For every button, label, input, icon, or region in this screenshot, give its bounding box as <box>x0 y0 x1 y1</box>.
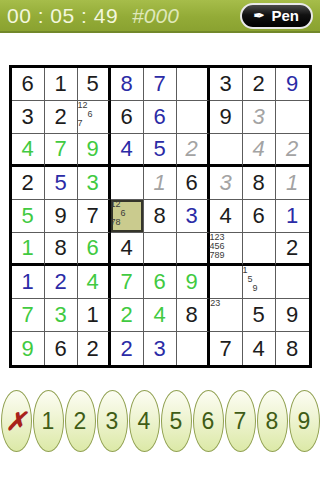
number-button-6[interactable]: 6 <box>193 390 224 452</box>
pencil-marks: 23 <box>210 299 221 326</box>
cell-r5c8[interactable]: 6 <box>243 200 276 233</box>
pencil-marks: 159 <box>243 266 258 293</box>
cell-r1c6[interactable] <box>177 68 210 101</box>
cell-r6c7[interactable]: 123456789 <box>210 233 243 266</box>
top-bar: 00 : 05 : 49 #000 ✒ Pen <box>0 0 320 33</box>
cell-r4c5[interactable]: 1 <box>144 167 177 200</box>
cell-r6c8[interactable] <box>243 233 276 266</box>
cell-r7c3[interactable]: 4 <box>78 266 111 299</box>
cell-r8c4[interactable]: 2 <box>111 299 144 332</box>
cell-r3c7[interactable] <box>210 134 243 167</box>
cell-r4c3[interactable]: 3 <box>78 167 111 200</box>
cell-r6c2[interactable]: 8 <box>45 233 78 266</box>
cell-r2c3[interactable]: 1267 <box>78 101 111 134</box>
cell-r3c3[interactable]: 9 <box>78 134 111 167</box>
cell-r7c5[interactable]: 6 <box>144 266 177 299</box>
cell-r2c8[interactable]: 3 <box>243 101 276 134</box>
cell-r9c2[interactable]: 6 <box>45 332 78 365</box>
cell-r4c4[interactable] <box>111 167 144 200</box>
cell-r3c2[interactable]: 7 <box>45 134 78 167</box>
cell-r9c1[interactable]: 9 <box>12 332 45 365</box>
cell-r5c1[interactable]: 5 <box>12 200 45 233</box>
cell-r1c3[interactable]: 5 <box>78 68 111 101</box>
number-button-8[interactable]: 8 <box>257 390 288 452</box>
cell-r7c9[interactable] <box>276 266 309 299</box>
cell-r5c4[interactable]: 12678 <box>111 200 144 233</box>
cell-r3c6[interactable]: 2 <box>177 134 210 167</box>
cell-r2c2[interactable]: 2 <box>45 101 78 134</box>
cell-r7c2[interactable]: 2 <box>45 266 78 299</box>
cell-r2c9[interactable] <box>276 101 309 134</box>
cell-r4c9[interactable]: 1 <box>276 167 309 200</box>
cell-r5c9[interactable]: 1 <box>276 200 309 233</box>
cell-r7c8[interactable]: 159 <box>243 266 276 299</box>
cell-r5c7[interactable]: 4 <box>210 200 243 233</box>
cell-r9c6[interactable] <box>177 332 210 365</box>
number-button-4[interactable]: 4 <box>129 390 160 452</box>
cell-r3c4[interactable]: 4 <box>111 134 144 167</box>
cell-r1c5[interactable]: 7 <box>144 68 177 101</box>
cell-r6c6[interactable] <box>177 233 210 266</box>
cell-r7c7[interactable] <box>210 266 243 299</box>
number-button-5[interactable]: 5 <box>161 390 192 452</box>
cell-r6c9[interactable]: 2 <box>276 233 309 266</box>
cell-r8c6[interactable]: 8 <box>177 299 210 332</box>
cell-r1c7[interactable]: 3 <box>210 68 243 101</box>
cell-r9c3[interactable]: 2 <box>78 332 111 365</box>
cell-r7c1[interactable]: 1 <box>12 266 45 299</box>
pen-button-label: Pen <box>271 7 299 24</box>
cell-r2c1[interactable]: 3 <box>12 101 45 134</box>
cell-r9c7[interactable]: 7 <box>210 332 243 365</box>
cell-r9c8[interactable]: 4 <box>243 332 276 365</box>
pen-toggle-button[interactable]: ✒ Pen <box>240 3 313 29</box>
pencil-marks: 1267 <box>78 101 93 128</box>
cell-r2c6[interactable] <box>177 101 210 134</box>
cell-r8c8[interactable]: 5 <box>243 299 276 332</box>
cell-r7c6[interactable]: 9 <box>177 266 210 299</box>
pencil-marks: 12678 <box>111 200 126 227</box>
puzzle-number: #000 <box>132 4 179 28</box>
cell-r8c7[interactable]: 23 <box>210 299 243 332</box>
number-pad: ✗123456789 <box>0 390 320 452</box>
cell-r8c1[interactable]: 7 <box>12 299 45 332</box>
cell-r3c1[interactable]: 4 <box>12 134 45 167</box>
cell-r4c7[interactable]: 3 <box>210 167 243 200</box>
cell-r1c2[interactable]: 1 <box>45 68 78 101</box>
cell-r6c4[interactable]: 4 <box>111 233 144 266</box>
cell-r3c8[interactable]: 4 <box>243 134 276 167</box>
cell-r5c5[interactable]: 8 <box>144 200 177 233</box>
cell-r9c4[interactable]: 2 <box>111 332 144 365</box>
number-button-1[interactable]: 1 <box>33 390 64 452</box>
cell-r4c1[interactable]: 2 <box>12 167 45 200</box>
cell-r8c9[interactable]: 9 <box>276 299 309 332</box>
cell-r4c8[interactable]: 8 <box>243 167 276 200</box>
cell-r8c5[interactable]: 4 <box>144 299 177 332</box>
pencil-marks: 123456789 <box>210 233 225 260</box>
cell-r8c2[interactable]: 3 <box>45 299 78 332</box>
cell-r6c3[interactable]: 6 <box>78 233 111 266</box>
cell-r3c5[interactable]: 5 <box>144 134 177 167</box>
timer: 00 : 05 : 49 <box>7 4 118 28</box>
number-button-7[interactable]: 7 <box>225 390 256 452</box>
cell-r7c4[interactable]: 7 <box>111 266 144 299</box>
cell-r2c4[interactable]: 6 <box>111 101 144 134</box>
number-button-2[interactable]: 2 <box>65 390 96 452</box>
cell-r1c4[interactable]: 8 <box>111 68 144 101</box>
cell-r6c5[interactable] <box>144 233 177 266</box>
cell-r9c9[interactable]: 8 <box>276 332 309 365</box>
cell-r1c8[interactable]: 2 <box>243 68 276 101</box>
cell-r5c6[interactable]: 3 <box>177 200 210 233</box>
cell-r2c5[interactable]: 6 <box>144 101 177 134</box>
number-button-3[interactable]: 3 <box>97 390 128 452</box>
erase-button[interactable]: ✗ <box>1 390 32 452</box>
cell-r9c5[interactable]: 3 <box>144 332 177 365</box>
cell-r5c2[interactable]: 9 <box>45 200 78 233</box>
cell-r2c7[interactable]: 9 <box>210 101 243 134</box>
sudoku-board: 6158732932126766934794524225316381597126… <box>9 65 312 368</box>
cell-r5c3[interactable]: 7 <box>78 200 111 233</box>
cell-r1c9[interactable]: 9 <box>276 68 309 101</box>
cell-r4c6[interactable]: 6 <box>177 167 210 200</box>
pen-nib-icon: ✒ <box>254 9 265 22</box>
cell-r6c1[interactable]: 1 <box>12 233 45 266</box>
cell-r4c2[interactable]: 5 <box>45 167 78 200</box>
cell-r1c1[interactable]: 6 <box>12 68 45 101</box>
number-button-9[interactable]: 9 <box>289 390 320 452</box>
cell-r3c9[interactable]: 2 <box>276 134 309 167</box>
cell-r8c3[interactable]: 1 <box>78 299 111 332</box>
